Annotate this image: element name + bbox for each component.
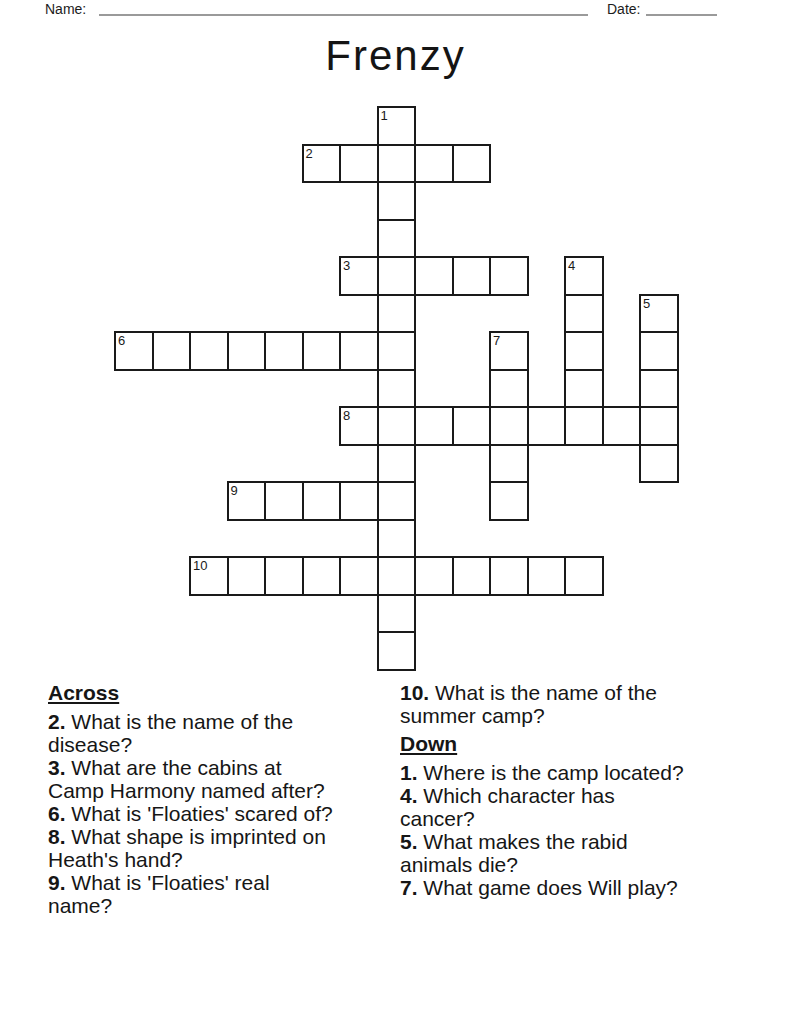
- grid-cell-r6c0[interactable]: 6: [114, 331, 154, 371]
- clues-right-column: 10. What is the name of the summer camp?…: [400, 681, 762, 917]
- grid-cell-r10c6[interactable]: [339, 481, 379, 521]
- clue-text: What shape is imprinted on Heath's hand?: [48, 825, 326, 871]
- grid-cell-r8c9[interactable]: [452, 406, 492, 446]
- grid-cell-r8c14[interactable]: [639, 406, 679, 446]
- name-label: Name:: [45, 1, 86, 17]
- cell-number-5: 5: [643, 297, 650, 310]
- grid-cell-r5c12[interactable]: [564, 294, 604, 334]
- clue-text: What game does Will play?: [418, 876, 678, 899]
- clues-section: Across2. What is the name of the disease…: [48, 681, 762, 917]
- cell-number-9: 9: [231, 484, 238, 497]
- clue-text: What makes the rabid animals die?: [400, 830, 628, 876]
- grid-cell-r4c6[interactable]: 3: [339, 256, 379, 296]
- grid-cell-r0c7[interactable]: 1: [377, 106, 417, 146]
- grid-cell-r6c10[interactable]: 7: [489, 331, 529, 371]
- cell-number-4: 4: [568, 259, 575, 272]
- grid-cell-r8c10[interactable]: [489, 406, 529, 446]
- grid-cell-r1c9[interactable]: [452, 144, 492, 184]
- clue-5-down: 5. What makes the rabid animals die?: [400, 830, 762, 876]
- grid-cell-r4c12[interactable]: 4: [564, 256, 604, 296]
- grid-cell-r8c12[interactable]: [564, 406, 604, 446]
- grid-cell-r1c7[interactable]: [377, 144, 417, 184]
- clue-10-across: 10. What is the name of the summer camp?: [400, 681, 762, 727]
- clue-text: What is the name of the disease?: [48, 710, 293, 756]
- grid-cell-r10c3[interactable]: 9: [227, 481, 267, 521]
- grid-cell-r12c3[interactable]: [227, 556, 267, 596]
- grid-cell-r14c7[interactable]: [377, 631, 417, 671]
- puzzle-title: Frenzy: [0, 33, 791, 79]
- grid-cell-r8c6[interactable]: 8: [339, 406, 379, 446]
- crossword-worksheet: Name: Date: Frenzy 12345678910 Across2. …: [0, 0, 791, 1024]
- across-heading: Across: [48, 681, 400, 704]
- grid-cell-r4c10[interactable]: [489, 256, 529, 296]
- grid-cell-r10c5[interactable]: [302, 481, 342, 521]
- clue-4-down: 4. Which character has cancer?: [400, 784, 762, 830]
- grid-cell-r5c14[interactable]: 5: [639, 294, 679, 334]
- name-blank-line[interactable]: [99, 14, 588, 16]
- grid-cell-r12c8[interactable]: [414, 556, 454, 596]
- grid-cell-r3c7[interactable]: [377, 219, 417, 259]
- clue-number: 4.: [400, 784, 418, 807]
- clue-1-down: 1. Where is the camp located?: [400, 761, 762, 784]
- grid-cell-r1c6[interactable]: [339, 144, 379, 184]
- grid-cell-r8c13[interactable]: [602, 406, 642, 446]
- clue-3-across: 3. What are the cabins at Camp Harmony n…: [48, 756, 400, 802]
- grid-cell-r4c9[interactable]: [452, 256, 492, 296]
- grid-cell-r9c7[interactable]: [377, 444, 417, 484]
- grid-cell-r6c1[interactable]: [152, 331, 192, 371]
- date-label: Date:: [607, 1, 640, 17]
- grid-cell-r8c11[interactable]: [527, 406, 567, 446]
- grid-cell-r6c4[interactable]: [264, 331, 304, 371]
- grid-cell-r1c5[interactable]: 2: [302, 144, 342, 184]
- grid-cell-r12c5[interactable]: [302, 556, 342, 596]
- clue-number: 8.: [48, 825, 66, 848]
- date-blank-line[interactable]: [646, 14, 717, 16]
- clue-number: 6.: [48, 802, 66, 825]
- clue-7-down: 7. What game does Will play?: [400, 876, 762, 899]
- grid-cell-r12c4[interactable]: [264, 556, 304, 596]
- grid-cell-r4c8[interactable]: [414, 256, 454, 296]
- clue-text: What is 'Floaties' real name?: [48, 871, 270, 917]
- grid-cell-r6c12[interactable]: [564, 331, 604, 371]
- cell-number-6: 6: [118, 334, 125, 347]
- grid-cell-r12c9[interactable]: [452, 556, 492, 596]
- grid-cell-r12c12[interactable]: [564, 556, 604, 596]
- clue-text: What is 'Floaties' scared of?: [66, 802, 333, 825]
- grid-cell-r7c7[interactable]: [377, 369, 417, 409]
- grid-cell-r9c10[interactable]: [489, 444, 529, 484]
- clue-text: What are the cabins at Camp Harmony name…: [48, 756, 325, 802]
- grid-cell-r6c14[interactable]: [639, 331, 679, 371]
- grid-cell-r4c7[interactable]: [377, 256, 417, 296]
- grid-cell-r6c6[interactable]: [339, 331, 379, 371]
- grid-cell-r6c7[interactable]: [377, 331, 417, 371]
- clue-8-across: 8. What shape is imprinted on Heath's ha…: [48, 825, 400, 871]
- grid-cell-r13c7[interactable]: [377, 594, 417, 634]
- clue-6-across: 6. What is 'Floaties' scared of?: [48, 802, 400, 825]
- down-heading: Down: [400, 732, 762, 755]
- grid-cell-r6c3[interactable]: [227, 331, 267, 371]
- grid-cell-r9c14[interactable]: [639, 444, 679, 484]
- grid-cell-r8c8[interactable]: [414, 406, 454, 446]
- grid-cell-r12c10[interactable]: [489, 556, 529, 596]
- clue-number: 3.: [48, 756, 66, 779]
- grid-cell-r10c7[interactable]: [377, 481, 417, 521]
- grid-cell-r7c14[interactable]: [639, 369, 679, 409]
- cell-number-1: 1: [381, 109, 388, 122]
- crossword-grid: 12345678910: [114, 106, 681, 673]
- grid-cell-r2c7[interactable]: [377, 181, 417, 221]
- grid-cell-r12c2[interactable]: 10: [189, 556, 229, 596]
- clue-number: 9.: [48, 871, 66, 894]
- grid-cell-r7c12[interactable]: [564, 369, 604, 409]
- grid-cell-r8c7[interactable]: [377, 406, 417, 446]
- clue-text: Which character has cancer?: [400, 784, 615, 830]
- grid-cell-r10c4[interactable]: [264, 481, 304, 521]
- clue-number: 10.: [400, 681, 429, 704]
- grid-cell-r11c7[interactable]: [377, 519, 417, 559]
- clue-number: 1.: [400, 761, 418, 784]
- clue-text: Where is the camp located?: [418, 761, 684, 784]
- clue-number: 7.: [400, 876, 418, 899]
- clue-2-across: 2. What is the name of the disease?: [48, 710, 400, 756]
- clue-9-across: 9. What is 'Floaties' real name?: [48, 871, 400, 917]
- cell-number-2: 2: [306, 147, 313, 160]
- grid-cell-r6c5[interactable]: [302, 331, 342, 371]
- grid-cell-r12c7[interactable]: [377, 556, 417, 596]
- clues-left-column: Across2. What is the name of the disease…: [48, 681, 400, 917]
- clue-text: What is the name of the summer camp?: [400, 681, 657, 727]
- clue-number: 5.: [400, 830, 418, 853]
- cell-number-10: 10: [193, 559, 207, 572]
- grid-cell-r6c2[interactable]: [189, 331, 229, 371]
- grid-cell-r12c11[interactable]: [527, 556, 567, 596]
- cell-number-3: 3: [343, 259, 350, 272]
- grid-cell-r12c6[interactable]: [339, 556, 379, 596]
- clue-number: 2.: [48, 710, 66, 733]
- grid-cell-r1c8[interactable]: [414, 144, 454, 184]
- cell-number-8: 8: [343, 409, 350, 422]
- cell-number-7: 7: [493, 334, 500, 347]
- grid-cell-r5c7[interactable]: [377, 294, 417, 334]
- grid-cell-r7c10[interactable]: [489, 369, 529, 409]
- grid-cell-r10c10[interactable]: [489, 481, 529, 521]
